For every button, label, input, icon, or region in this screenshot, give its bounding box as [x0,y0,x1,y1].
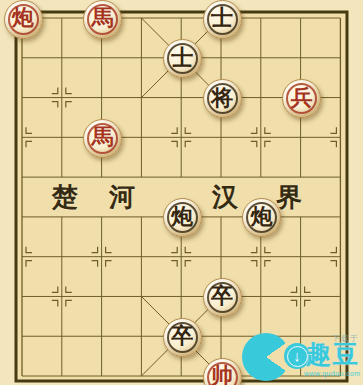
piece-glyph: 馬 [92,7,114,29]
piece-black-soldier-1[interactable]: 卒 [203,278,242,317]
piece-black-advisor-1[interactable]: 士 [203,0,242,39]
piece-black-advisor-2[interactable]: 士 [163,39,202,78]
watermark-url: www.qudou.com [304,370,362,377]
piece-red-soldier[interactable]: 兵 [282,79,321,118]
river-label-chu: 楚 [52,180,78,215]
piece-glyph: 炮 [171,206,193,228]
watermark: ↓ 趣豆 www.qudou.com 下载于 [240,331,363,385]
piece-glyph: 卒 [211,285,233,307]
piece-black-soldier-2[interactable]: 卒 [163,318,202,357]
piece-glyph: 士 [211,7,233,29]
piece-glyph: 馬 [92,126,114,148]
river-label-he: 河 [109,180,135,215]
piece-red-horse-1[interactable]: 馬 [83,0,122,39]
xiangqi-app: 楚 河 汉 界 炮馬士士将兵馬炮炮卒卒帅 ↓ 趣豆 www.qudou.com … [0,0,363,385]
piece-red-cannon[interactable]: 炮 [4,0,43,39]
pacman-logo-icon [242,333,290,381]
river-label-jie: 界 [276,180,302,215]
river-label-han: 汉 [212,180,238,215]
piece-glyph: 帅 [211,365,233,385]
piece-black-general[interactable]: 将 [203,79,242,118]
piece-red-horse-2[interactable]: 馬 [83,119,122,158]
piece-glyph: 炮 [12,7,34,29]
piece-glyph: 将 [211,87,233,109]
piece-glyph: 炮 [251,206,273,228]
piece-black-cannon-1[interactable]: 炮 [163,198,202,237]
piece-glyph: 士 [171,47,193,69]
watermark-brand: 趣豆 [306,342,362,367]
piece-glyph: 兵 [291,87,313,109]
watermark-note: 下载于 [332,333,359,344]
piece-glyph: 卒 [171,325,193,347]
